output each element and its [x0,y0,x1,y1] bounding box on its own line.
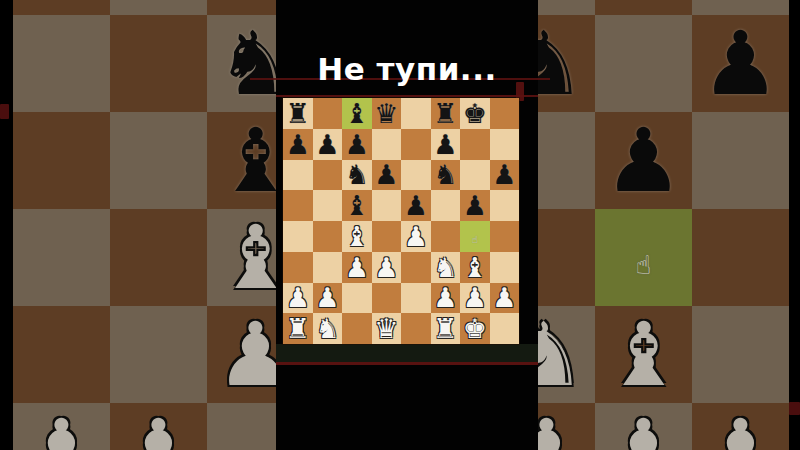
bottom-strip [276,344,538,364]
square-f4[interactable] [431,221,461,252]
hand-cursor-icon: ☝ [636,250,652,280]
square-h3 [692,306,789,403]
square-b6[interactable] [313,160,343,191]
white-bishop: ♝ [604,311,683,399]
square-g3: ♝ [595,306,692,403]
square-g6 [595,15,692,112]
white-pawn: ♟ [604,408,683,450]
square-g7 [595,0,692,15]
square-e4[interactable]: ♟ [401,221,431,252]
square-c8[interactable]: ♝ [342,98,372,129]
square-g6[interactable] [460,160,490,191]
chess-board[interactable]: ♜♝♛♜♚♟♟♟♟♞♟♞♟♝♟♟♝♟☝♟♟♞♝♟♟♟♟♟♜♞♛♜♚ [283,98,519,344]
square-d8[interactable]: ♛ [372,98,402,129]
square-h4 [692,209,789,306]
black-pawn[interactable]: ♟ [315,131,339,158]
white-knight[interactable]: ♞ [433,254,457,281]
white-king[interactable]: ♚ [463,315,487,342]
square-c2[interactable] [342,283,372,314]
square-a2: ♟ [13,403,110,450]
square-h5[interactable] [490,190,520,221]
square-f2[interactable]: ♟ [431,283,461,314]
square-c7[interactable]: ♟ [342,129,372,160]
white-rook[interactable]: ♜ [286,315,310,342]
square-a8[interactable]: ♜ [283,98,313,129]
square-e7[interactable] [401,129,431,160]
square-c3[interactable]: ♟ [342,252,372,283]
white-pawn[interactable]: ♟ [492,284,516,311]
white-pawn[interactable]: ♟ [404,223,428,250]
black-pawn: ♟ [119,0,198,11]
white-pawn[interactable]: ♟ [286,284,310,311]
square-e2[interactable] [401,283,431,314]
square-b8[interactable] [313,98,343,129]
black-bishop[interactable]: ♝ [345,100,369,127]
square-e6[interactable] [401,160,431,191]
white-rook[interactable]: ♜ [433,315,457,342]
video-caption: Не тупи... [276,48,538,91]
square-e5[interactable]: ♟ [401,190,431,221]
square-a2[interactable]: ♟ [283,283,313,314]
white-pawn[interactable]: ♟ [374,254,398,281]
square-h2[interactable]: ♟ [490,283,520,314]
black-pawn: ♟ [604,117,683,205]
square-f7[interactable]: ♟ [431,129,461,160]
black-knight[interactable]: ♞ [433,161,457,188]
white-pawn[interactable]: ♟ [463,284,487,311]
white-bishop[interactable]: ♝ [345,223,369,250]
square-h6[interactable]: ♟ [490,160,520,191]
square-c6[interactable]: ♞ [342,160,372,191]
square-a1[interactable]: ♜ [283,313,313,344]
square-a7: ♟ [13,0,110,15]
square-h7[interactable] [490,129,520,160]
black-pawn: ♟ [701,20,780,108]
black-pawn[interactable]: ♟ [404,192,428,219]
square-h2: ♟ [692,403,789,450]
square-b5[interactable] [313,190,343,221]
square-e3[interactable] [401,252,431,283]
video-frame: ♜♝♛♜♚♟♟♟♟♞♟♞♟♝♟♟♝♟☝♟♟♞♝♟♟♟♟♟♜♞♛♜♚ Не туп… [0,0,800,450]
right-letterbox [789,0,800,450]
square-g8[interactable]: ♚ [460,98,490,129]
square-a5[interactable] [283,190,313,221]
hand-cursor-icon: ☝ [472,234,478,245]
square-h3[interactable] [490,252,520,283]
red-edge-artifact [0,104,9,119]
black-queen[interactable]: ♛ [374,100,398,127]
white-pawn: ♟ [119,408,198,450]
square-f1[interactable]: ♜ [431,313,461,344]
square-a5 [13,112,110,209]
square-f8[interactable]: ♜ [431,98,461,129]
square-b2: ♟ [110,403,207,450]
white-queen[interactable]: ♛ [374,315,398,342]
square-b7: ♟ [110,0,207,15]
square-g4: ☝ [595,209,692,306]
black-pawn[interactable]: ♟ [492,161,516,188]
red-edge-artifact [789,402,800,415]
square-a3 [13,306,110,403]
square-g4[interactable]: ☝ [460,221,490,252]
square-b1[interactable]: ♞ [313,313,343,344]
black-pawn[interactable]: ♟ [463,192,487,219]
white-pawn: ♟ [22,408,101,450]
square-a4 [13,209,110,306]
black-pawn[interactable]: ♟ [433,131,457,158]
square-d2[interactable] [372,283,402,314]
black-knight[interactable]: ♞ [345,161,369,188]
square-h5 [692,112,789,209]
black-bishop[interactable]: ♝ [345,192,369,219]
square-g2[interactable]: ♟ [460,283,490,314]
black-rook[interactable]: ♜ [433,100,457,127]
square-h1[interactable] [490,313,520,344]
square-b3[interactable] [313,252,343,283]
square-h6: ♟ [692,15,789,112]
square-h4[interactable] [490,221,520,252]
square-g1[interactable]: ♚ [460,313,490,344]
red-line-artifact [276,362,538,365]
white-pawn[interactable]: ♟ [315,284,339,311]
square-f6[interactable]: ♞ [431,160,461,191]
black-pawn[interactable]: ♟ [286,131,310,158]
black-pawn: ♟ [22,0,101,11]
square-h8[interactable] [490,98,520,129]
square-g2: ♟ [595,403,692,450]
white-bishop[interactable]: ♝ [463,254,487,281]
square-b4[interactable] [313,221,343,252]
square-b5 [110,112,207,209]
square-c5[interactable]: ♝ [342,190,372,221]
red-line-artifact [276,95,538,97]
square-a6 [13,15,110,112]
square-f5[interactable] [431,190,461,221]
white-pawn: ♟ [701,408,780,450]
square-a6[interactable] [283,160,313,191]
white-knight[interactable]: ♞ [315,315,339,342]
square-b2[interactable]: ♟ [313,283,343,314]
square-a3[interactable] [283,252,313,283]
white-pawn[interactable]: ♟ [433,284,457,311]
black-rook[interactable]: ♜ [286,100,310,127]
square-g3[interactable]: ♝ [460,252,490,283]
left-letterbox [0,0,13,450]
square-b6 [110,15,207,112]
square-b7[interactable]: ♟ [313,129,343,160]
square-c4[interactable]: ♝ [342,221,372,252]
square-b4 [110,209,207,306]
square-e8[interactable] [401,98,431,129]
square-b3 [110,306,207,403]
square-d7[interactable] [372,129,402,160]
black-pawn[interactable]: ♟ [374,161,398,188]
square-d3[interactable]: ♟ [372,252,402,283]
square-g7[interactable] [460,129,490,160]
square-d1[interactable]: ♛ [372,313,402,344]
square-f3[interactable]: ♞ [431,252,461,283]
square-d6[interactable]: ♟ [372,160,402,191]
square-g5[interactable]: ♟ [460,190,490,221]
square-d4[interactable] [372,221,402,252]
square-g5: ♟ [595,112,692,209]
white-pawn[interactable]: ♟ [345,254,369,281]
black-king[interactable]: ♚ [463,100,487,127]
square-c1[interactable] [342,313,372,344]
square-d5[interactable] [372,190,402,221]
square-e1[interactable] [401,313,431,344]
black-pawn[interactable]: ♟ [345,131,369,158]
square-a7[interactable]: ♟ [283,129,313,160]
square-a4[interactable] [283,221,313,252]
